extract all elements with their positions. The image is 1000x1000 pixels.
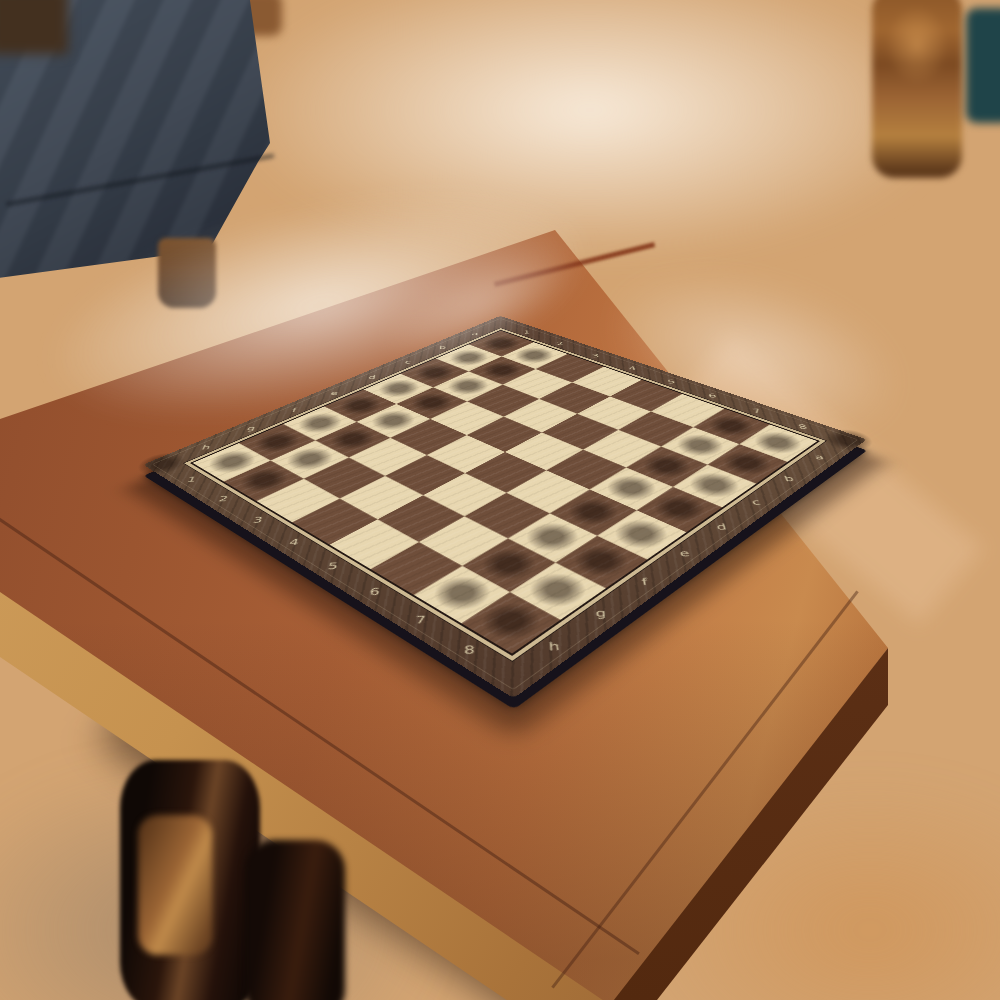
table-leg-dark-2: [245, 840, 345, 1000]
living-room-scene: 12345678 12345678 abcdefgh abcdefgh ♜♟♞♟…: [0, 0, 1000, 1000]
table-leg-caramel: [138, 815, 212, 955]
chair-leg-top-right: [872, 0, 962, 178]
dark-corner-object: [0, 0, 68, 54]
board-coordinate-label: a: [801, 443, 839, 472]
board-coordinate-label: 2: [192, 491, 255, 505]
teal-background-object: [966, 8, 1000, 123]
black-queen-icon: ♛: [790, 325, 903, 445]
black-rook-icon: ♜: [454, 512, 563, 627]
